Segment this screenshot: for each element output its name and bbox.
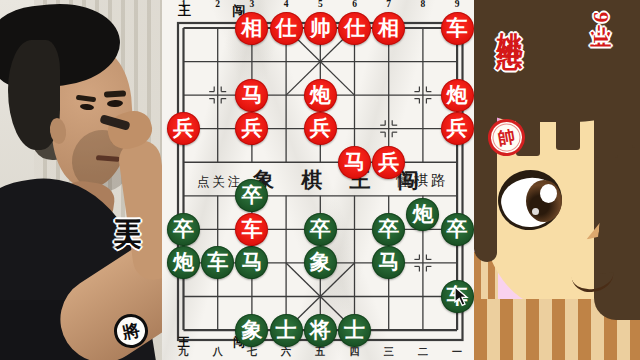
piece-red-马[interactable]: 马	[338, 146, 371, 179]
file-number-bottom: 四	[350, 345, 360, 359]
black-player-name: 姚维忠	[492, 12, 527, 27]
river-text-end: 懂棋路	[396, 171, 449, 190]
piece-red-仕[interactable]: 仕	[270, 12, 303, 45]
piece-black-卒[interactable]: 卒	[167, 213, 200, 246]
cartoon-eye-highlight	[532, 208, 539, 215]
file-number-top: 4	[284, 0, 289, 9]
file-number-top: 9	[455, 0, 460, 9]
cartoon-bangs	[596, 98, 618, 158]
piece-red-帅[interactable]: 帅	[304, 12, 337, 45]
file-number-top: 8	[421, 0, 426, 9]
piece-red-炮[interactable]: 炮	[304, 79, 337, 112]
piece-black-象[interactable]: 象	[235, 314, 268, 347]
file-number-bottom: 五	[315, 345, 325, 359]
piece-black-象[interactable]: 象	[304, 246, 337, 279]
file-number-top: 7	[386, 0, 391, 9]
piece-red-兵[interactable]: 兵	[304, 112, 337, 145]
file-number-top: 5	[318, 0, 323, 9]
red-player-name: 王天一	[110, 198, 146, 213]
file-number-bottom: 一	[452, 345, 462, 359]
cartoon-hair-lock	[474, 66, 497, 262]
cartoon-eye-highlight	[540, 184, 557, 203]
screenshot: 王天一 將 123456789 九八七六五四三二一 王 闯 王 闯 点关注 象 …	[0, 0, 640, 360]
piece-red-兵[interactable]: 兵	[441, 112, 474, 145]
right-player-panel: 姚维忠 业9-1 帥	[474, 0, 640, 360]
piece-red-兵[interactable]: 兵	[372, 146, 405, 179]
piece-black-将[interactable]: 将	[304, 314, 337, 347]
file-number-top: 6	[352, 0, 357, 9]
piece-black-士[interactable]: 士	[338, 314, 371, 347]
marshal-seal-character: 帥	[496, 125, 517, 151]
piece-black-卒[interactable]: 卒	[304, 213, 337, 246]
piece-red-车[interactable]: 车	[441, 12, 474, 45]
piece-black-炮[interactable]: 炮	[406, 198, 439, 231]
piece-red-兵[interactable]: 兵	[167, 112, 200, 145]
cartoon-bangs	[632, 98, 640, 148]
piece-red-仕[interactable]: 仕	[338, 12, 371, 45]
piece-red-相[interactable]: 相	[235, 12, 268, 45]
xiangqi-board: 123456789 九八七六五四三二一 王 闯 王 闯 点关注 象 棋 王 闯 …	[162, 0, 474, 360]
piece-red-相[interactable]: 相	[372, 12, 405, 45]
general-seal-character: 將	[120, 318, 141, 344]
left-player-panel: 王天一 將	[0, 0, 162, 360]
piece-black-士[interactable]: 士	[270, 314, 303, 347]
piece-black-卒[interactable]: 卒	[441, 213, 474, 246]
piece-red-炮[interactable]: 炮	[441, 79, 474, 112]
piece-black-卒[interactable]: 卒	[372, 213, 405, 246]
file-number-bottom: 二	[418, 345, 428, 359]
black-player-rank-label: 业9-1	[587, 10, 615, 46]
cartoon-bangs	[556, 98, 580, 150]
player-photo-eyebrow	[104, 90, 126, 97]
piece-red-马[interactable]: 马	[235, 79, 268, 112]
mouse-cursor	[454, 286, 471, 307]
file-number-bottom: 三	[384, 345, 394, 359]
file-number-bottom: 六	[281, 345, 291, 359]
